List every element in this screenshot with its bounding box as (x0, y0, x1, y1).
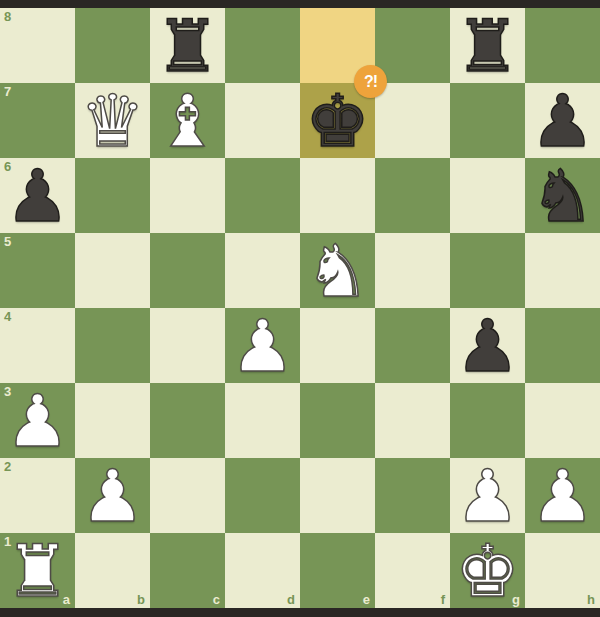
square-c1[interactable]: c (150, 533, 225, 608)
square-d3[interactable] (225, 383, 300, 458)
square-f1[interactable]: f (375, 533, 450, 608)
square-a7[interactable]: 7 (0, 83, 75, 158)
square-c4[interactable] (150, 308, 225, 383)
piece-black-rook-g8[interactable]: ♜︎ (450, 8, 525, 83)
piece-white-pawn-d4[interactable]: ♟︎ (225, 308, 300, 383)
square-b7[interactable]: ♛︎ (75, 83, 150, 158)
square-g4[interactable]: ♟︎ (450, 308, 525, 383)
piece-white-knight-e5[interactable]: ♞︎ (300, 233, 375, 308)
square-g3[interactable] (450, 383, 525, 458)
square-b3[interactable] (75, 383, 150, 458)
square-b1[interactable]: b (75, 533, 150, 608)
square-d7[interactable] (225, 83, 300, 158)
square-d5[interactable] (225, 233, 300, 308)
file-label-f: f (441, 593, 445, 606)
square-g2[interactable]: ♟︎ (450, 458, 525, 533)
square-c3[interactable] (150, 383, 225, 458)
square-c2[interactable] (150, 458, 225, 533)
piece-white-pawn-g2[interactable]: ♟︎ (450, 458, 525, 533)
square-b8[interactable] (75, 8, 150, 83)
square-c6[interactable] (150, 158, 225, 233)
square-f4[interactable] (375, 308, 450, 383)
square-e4[interactable] (300, 308, 375, 383)
square-b6[interactable] (75, 158, 150, 233)
piece-white-pawn-h2[interactable]: ♟︎ (525, 458, 600, 533)
square-d1[interactable]: d (225, 533, 300, 608)
piece-black-pawn-h7[interactable]: ♟︎ (525, 83, 600, 158)
square-h8[interactable] (525, 8, 600, 83)
square-b2[interactable]: ♟︎ (75, 458, 150, 533)
square-f7[interactable] (375, 83, 450, 158)
piece-black-rook-c8[interactable]: ♜︎ (150, 8, 225, 83)
square-h3[interactable] (525, 383, 600, 458)
square-c7[interactable]: ♝︎ (150, 83, 225, 158)
square-e5[interactable]: ♞︎ (300, 233, 375, 308)
piece-white-pawn-a3[interactable]: ♟︎ (0, 383, 75, 458)
square-h2[interactable]: ♟︎ (525, 458, 600, 533)
square-d6[interactable] (225, 158, 300, 233)
square-f3[interactable] (375, 383, 450, 458)
file-label-c: c (213, 593, 220, 606)
square-a5[interactable]: 5 (0, 233, 75, 308)
chess-board: ?! 8♜︎♜︎7♛︎♝︎♚︎♟︎6♟︎♞︎5♞︎4♟︎♟︎3♟︎2♟︎♟︎♟︎… (0, 8, 600, 608)
square-d8[interactable] (225, 8, 300, 83)
square-b4[interactable] (75, 308, 150, 383)
square-b5[interactable] (75, 233, 150, 308)
square-a1[interactable]: 1a♜︎ (0, 533, 75, 608)
square-h4[interactable] (525, 308, 600, 383)
square-a3[interactable]: 3♟︎ (0, 383, 75, 458)
square-g1[interactable]: g♚︎ (450, 533, 525, 608)
square-e6[interactable] (300, 158, 375, 233)
square-e2[interactable] (300, 458, 375, 533)
square-d4[interactable]: ♟︎ (225, 308, 300, 383)
square-f8[interactable] (375, 8, 450, 83)
piece-black-knight-h6[interactable]: ♞︎ (525, 158, 600, 233)
file-label-e: e (363, 593, 370, 606)
file-label-h: h (587, 593, 595, 606)
square-f2[interactable] (375, 458, 450, 533)
piece-white-king-g1[interactable]: ♚︎ (450, 533, 525, 608)
square-c5[interactable] (150, 233, 225, 308)
square-e3[interactable] (300, 383, 375, 458)
inaccuracy-badge: ?! (354, 65, 387, 98)
square-g8[interactable]: ♜︎ (450, 8, 525, 83)
rank-label-7: 7 (4, 85, 11, 98)
square-c8[interactable]: ♜︎ (150, 8, 225, 83)
square-h1[interactable]: h (525, 533, 600, 608)
piece-black-pawn-a6[interactable]: ♟︎ (0, 158, 75, 233)
piece-white-queen-b7[interactable]: ♛︎ (75, 83, 150, 158)
square-d2[interactable] (225, 458, 300, 533)
square-a8[interactable]: 8 (0, 8, 75, 83)
square-a4[interactable]: 4 (0, 308, 75, 383)
piece-white-bishop-c7[interactable]: ♝︎ (150, 83, 225, 158)
square-e1[interactable]: e (300, 533, 375, 608)
piece-white-rook-a1[interactable]: ♜︎ (0, 533, 75, 608)
square-h7[interactable]: ♟︎ (525, 83, 600, 158)
square-g7[interactable] (450, 83, 525, 158)
piece-black-pawn-g4[interactable]: ♟︎ (450, 308, 525, 383)
square-f6[interactable] (375, 158, 450, 233)
square-g6[interactable] (450, 158, 525, 233)
square-h5[interactable] (525, 233, 600, 308)
rank-label-4: 4 (4, 310, 11, 323)
square-g5[interactable] (450, 233, 525, 308)
square-a2[interactable]: 2 (0, 458, 75, 533)
square-f5[interactable] (375, 233, 450, 308)
rank-label-8: 8 (4, 10, 11, 23)
piece-white-pawn-b2[interactable]: ♟︎ (75, 458, 150, 533)
inaccuracy-badge-label: ?! (364, 73, 377, 91)
file-label-d: d (287, 593, 295, 606)
file-label-b: b (137, 593, 145, 606)
square-a6[interactable]: 6♟︎ (0, 158, 75, 233)
square-h6[interactable]: ♞︎ (525, 158, 600, 233)
